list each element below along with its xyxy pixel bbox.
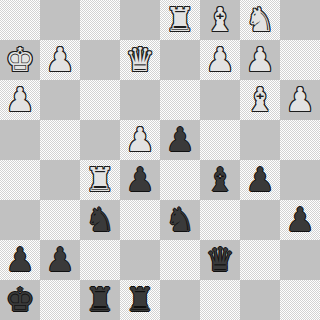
black-rook-c1: ♜ (80, 280, 120, 320)
square-h7[interactable] (280, 40, 320, 80)
white-pawn-b7: ♟ (40, 40, 80, 80)
square-g8[interactable]: ♞ (240, 0, 280, 40)
square-h5[interactable] (280, 120, 320, 160)
white-knight-g8: ♞ (240, 0, 280, 40)
square-a2[interactable]: ♟ (0, 240, 40, 280)
square-h1[interactable] (280, 280, 320, 320)
square-g3[interactable] (240, 200, 280, 240)
square-c7[interactable] (80, 40, 120, 80)
square-f8[interactable]: ♝ (200, 0, 240, 40)
square-d3[interactable] (120, 200, 160, 240)
square-f3[interactable] (200, 200, 240, 240)
square-h3[interactable]: ♟ (280, 200, 320, 240)
black-king-a1: ♚ (0, 280, 40, 320)
square-g7[interactable]: ♟ (240, 40, 280, 80)
black-knight-c3: ♞ (80, 200, 120, 240)
square-b4[interactable] (40, 160, 80, 200)
square-d7[interactable]: ♛ (120, 40, 160, 80)
square-d1[interactable]: ♜ (120, 280, 160, 320)
white-queen-d7: ♛ (120, 40, 160, 80)
square-g5[interactable] (240, 120, 280, 160)
square-c4[interactable]: ♜ (80, 160, 120, 200)
square-a7[interactable]: ♚ (0, 40, 40, 80)
square-b1[interactable] (40, 280, 80, 320)
square-g6[interactable]: ♝ (240, 80, 280, 120)
square-c3[interactable]: ♞ (80, 200, 120, 240)
black-pawn-g4: ♟ (240, 160, 280, 200)
white-pawn-f7: ♟ (200, 40, 240, 80)
black-knight-e3: ♞ (160, 200, 200, 240)
square-e6[interactable] (160, 80, 200, 120)
square-b5[interactable] (40, 120, 80, 160)
black-pawn-d4: ♟ (120, 160, 160, 200)
square-h4[interactable] (280, 160, 320, 200)
square-a4[interactable] (0, 160, 40, 200)
square-f1[interactable] (200, 280, 240, 320)
black-queen-f2: ♛ (200, 240, 240, 280)
square-f4[interactable]: ♝ (200, 160, 240, 200)
square-d2[interactable] (120, 240, 160, 280)
square-d6[interactable] (120, 80, 160, 120)
square-b8[interactable] (40, 0, 80, 40)
white-pawn-a6: ♟ (0, 80, 40, 120)
square-e1[interactable] (160, 280, 200, 320)
square-d5[interactable]: ♟ (120, 120, 160, 160)
square-c5[interactable] (80, 120, 120, 160)
white-pawn-d5: ♟ (120, 120, 160, 160)
black-pawn-e5: ♟ (160, 120, 200, 160)
square-a1[interactable]: ♚ (0, 280, 40, 320)
white-bishop-f8: ♝ (200, 0, 240, 40)
square-e3[interactable]: ♞ (160, 200, 200, 240)
square-g1[interactable] (240, 280, 280, 320)
square-b3[interactable] (40, 200, 80, 240)
square-f7[interactable]: ♟ (200, 40, 240, 80)
square-d4[interactable]: ♟ (120, 160, 160, 200)
square-b6[interactable] (40, 80, 80, 120)
square-c2[interactable] (80, 240, 120, 280)
square-e5[interactable]: ♟ (160, 120, 200, 160)
square-f5[interactable] (200, 120, 240, 160)
black-pawn-a2: ♟ (0, 240, 40, 280)
square-e4[interactable] (160, 160, 200, 200)
black-pawn-b2: ♟ (40, 240, 80, 280)
square-a6[interactable]: ♟ (0, 80, 40, 120)
square-g2[interactable] (240, 240, 280, 280)
square-e7[interactable] (160, 40, 200, 80)
square-g4[interactable]: ♟ (240, 160, 280, 200)
square-a8[interactable] (0, 0, 40, 40)
white-bishop-g6: ♝ (240, 80, 280, 120)
square-a5[interactable] (0, 120, 40, 160)
square-b2[interactable]: ♟ (40, 240, 80, 280)
square-e8[interactable]: ♜ (160, 0, 200, 40)
white-rook-e8: ♜ (160, 0, 200, 40)
square-f2[interactable]: ♛ (200, 240, 240, 280)
square-e2[interactable] (160, 240, 200, 280)
square-c8[interactable] (80, 0, 120, 40)
square-h6[interactable]: ♟ (280, 80, 320, 120)
square-c6[interactable] (80, 80, 120, 120)
white-pawn-g7: ♟ (240, 40, 280, 80)
white-king-a7: ♚ (0, 40, 40, 80)
chess-board: ♜♝♞♚♟♛♟♟♟♝♟♟♟♜♟♝♟♞♞♟♟♟♛♚♜♜ (0, 0, 320, 320)
square-a3[interactable] (0, 200, 40, 240)
white-rook-c4: ♜ (80, 160, 120, 200)
white-pawn-h6: ♟ (280, 80, 320, 120)
black-bishop-f4: ♝ (200, 160, 240, 200)
square-f6[interactable] (200, 80, 240, 120)
black-pawn-h3: ♟ (280, 200, 320, 240)
square-h2[interactable] (280, 240, 320, 280)
square-c1[interactable]: ♜ (80, 280, 120, 320)
black-rook-d1: ♜ (120, 280, 160, 320)
square-h8[interactable] (280, 0, 320, 40)
square-d8[interactable] (120, 0, 160, 40)
square-b7[interactable]: ♟ (40, 40, 80, 80)
